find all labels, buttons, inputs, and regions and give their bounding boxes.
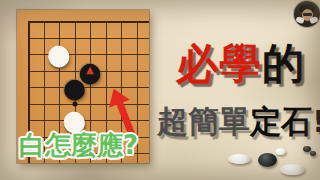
- board-caption: 白怎麼應?: [19, 128, 138, 163]
- scatter-stone-white-1: [228, 154, 251, 164]
- headline-line2-dark: 定石!: [250, 103, 320, 139]
- headline-line1-red: 必學: [176, 39, 262, 88]
- headline-line1-dark: 的: [262, 39, 305, 88]
- avatar-hand-left: [295, 16, 304, 24]
- scatter-stone-white-4: [275, 148, 286, 155]
- grid-hline: [28, 21, 149, 23]
- scatter-stone-white-3: [280, 164, 305, 175]
- headline-line1: 必學的: [176, 36, 305, 92]
- scatter-stone-black-6: [310, 151, 316, 156]
- grid-hline: [28, 38, 149, 39]
- video-thumbnail[interactable]: ●●▲●● 白怎麼應? 必學的 超簡單定石!: [0, 0, 320, 180]
- scatter-stone-black-2: [258, 153, 277, 167]
- channel-avatar[interactable]: [294, 1, 320, 27]
- avatar-hand-right: [309, 16, 318, 24]
- headline-line2: 超簡單定石!: [157, 101, 320, 143]
- black-stone[interactable]: ●: [65, 78, 84, 97]
- white-stone[interactable]: ●: [50, 45, 69, 64]
- triangle-marker-icon: ▲: [86, 65, 94, 75]
- grid-hline: [28, 87, 149, 88]
- avatar-glasses: [303, 13, 312, 16]
- headline-line2-grey: 超簡單: [157, 103, 250, 139]
- white-stone[interactable]: ●: [65, 111, 84, 130]
